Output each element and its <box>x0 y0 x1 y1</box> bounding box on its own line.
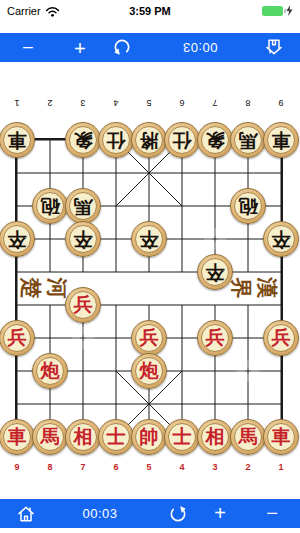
piece-red-車[interactable]: 車 <box>0 419 35 455</box>
file-label-bottom: 6 <box>109 462 123 472</box>
piece-character: 相 <box>66 420 100 454</box>
piece-character: 馬 <box>66 189 100 223</box>
piece-character: 車 <box>264 420 298 454</box>
piece-character: 卒 <box>264 222 298 256</box>
file-label-bottom: 1 <box>274 462 288 472</box>
piece-black-卒[interactable]: 卒 <box>65 221 101 257</box>
piece-red-兵[interactable]: 兵 <box>0 320 35 356</box>
piece-black-砲[interactable]: 砲 <box>32 188 68 224</box>
minus-button[interactable]: − <box>260 502 284 525</box>
piece-red-炮[interactable]: 炮 <box>131 353 167 389</box>
piece-black-仕[interactable]: 仕 <box>98 122 134 158</box>
xiangqi-board[interactable]: 123456789987654321楚河界漢 車象仕將仕象馬車砲馬砲卒卒卒卒卒兵… <box>0 90 300 490</box>
piece-red-馬[interactable]: 馬 <box>230 419 266 455</box>
home-icon <box>264 38 284 58</box>
river-text-right: 漢 <box>254 275 280 301</box>
river-text-left: 楚 <box>18 275 44 301</box>
opponent-clock: 00:03 <box>178 40 222 55</box>
piece-character: 仕 <box>165 123 199 157</box>
piece-character: 馬 <box>231 420 265 454</box>
piece-black-卒[interactable]: 卒 <box>197 254 233 290</box>
plus-button[interactable]: + <box>68 36 92 59</box>
status-bar: Carrier 3:59 PM <box>0 0 300 24</box>
piece-red-炮[interactable]: 炮 <box>32 353 68 389</box>
piece-character: 兵 <box>132 321 166 355</box>
piece-character: 砲 <box>231 189 265 223</box>
piece-character: 炮 <box>132 354 166 388</box>
file-label-top: 1 <box>10 98 24 108</box>
file-label-top: 2 <box>43 98 57 108</box>
restart-button[interactable] <box>166 502 190 526</box>
file-label-top: 6 <box>175 98 189 108</box>
app-screen: Carrier 3:59 PM 00:03 <box>0 0 300 533</box>
home-icon <box>16 504 36 524</box>
piece-red-士[interactable]: 士 <box>98 419 134 455</box>
file-label-top: 3 <box>76 98 90 108</box>
piece-character: 將 <box>132 123 166 157</box>
piece-red-馬[interactable]: 馬 <box>32 419 68 455</box>
piece-character: 仕 <box>99 123 133 157</box>
file-label-bottom: 7 <box>76 462 90 472</box>
piece-black-卒[interactable]: 卒 <box>131 221 167 257</box>
piece-black-卒[interactable]: 卒 <box>263 221 299 257</box>
piece-black-象[interactable]: 象 <box>197 122 233 158</box>
piece-black-砲[interactable]: 砲 <box>230 188 266 224</box>
file-label-bottom: 9 <box>10 462 24 472</box>
refresh-icon <box>112 38 132 58</box>
piece-character: 士 <box>99 420 133 454</box>
piece-character: 帥 <box>132 420 166 454</box>
piece-character: 卒 <box>0 222 34 256</box>
piece-black-車[interactable]: 車 <box>263 122 299 158</box>
piece-red-相[interactable]: 相 <box>65 419 101 455</box>
piece-character: 相 <box>198 420 232 454</box>
battery-icon <box>262 6 283 16</box>
piece-character: 卒 <box>66 222 100 256</box>
piece-character: 馬 <box>231 123 265 157</box>
piece-black-象[interactable]: 象 <box>65 122 101 158</box>
refresh-icon <box>168 504 188 524</box>
piece-black-將[interactable]: 將 <box>131 122 167 158</box>
piece-character: 象 <box>198 123 232 157</box>
player-clock: 00:03 <box>78 506 122 521</box>
piece-red-相[interactable]: 相 <box>197 419 233 455</box>
piece-red-帥[interactable]: 帥 <box>131 419 167 455</box>
piece-black-馬[interactable]: 馬 <box>65 188 101 224</box>
file-label-bottom: 4 <box>175 462 189 472</box>
opponent-toolbar: 00:03 + − <box>0 33 300 62</box>
piece-character: 車 <box>0 123 34 157</box>
piece-character: 卒 <box>132 222 166 256</box>
file-label-top: 9 <box>274 98 288 108</box>
piece-character: 砲 <box>33 189 67 223</box>
piece-red-兵[interactable]: 兵 <box>131 320 167 356</box>
piece-black-卒[interactable]: 卒 <box>0 221 35 257</box>
piece-character: 馬 <box>33 420 67 454</box>
piece-black-仕[interactable]: 仕 <box>164 122 200 158</box>
piece-character: 兵 <box>264 321 298 355</box>
file-label-bottom: 8 <box>43 462 57 472</box>
piece-character: 炮 <box>33 354 67 388</box>
home-button[interactable] <box>262 36 286 60</box>
piece-character: 兵 <box>66 288 100 322</box>
restart-button[interactable] <box>110 36 134 60</box>
piece-character: 象 <box>66 123 100 157</box>
piece-black-車[interactable]: 車 <box>0 122 35 158</box>
piece-black-馬[interactable]: 馬 <box>230 122 266 158</box>
file-label-bottom: 5 <box>142 462 156 472</box>
piece-character: 車 <box>264 123 298 157</box>
file-label-top: 8 <box>241 98 255 108</box>
piece-character: 兵 <box>0 321 34 355</box>
piece-red-兵[interactable]: 兵 <box>197 320 233 356</box>
piece-character: 車 <box>0 420 34 454</box>
piece-character: 士 <box>165 420 199 454</box>
player-toolbar: 00:03 + − <box>0 499 300 528</box>
file-label-bottom: 3 <box>208 462 222 472</box>
minus-button[interactable]: − <box>16 36 40 59</box>
file-label-top: 4 <box>109 98 123 108</box>
plus-button[interactable]: + <box>208 502 232 525</box>
piece-red-車[interactable]: 車 <box>263 419 299 455</box>
status-time: 3:59 PM <box>0 5 300 17</box>
piece-red-士[interactable]: 士 <box>164 419 200 455</box>
piece-red-兵[interactable]: 兵 <box>65 287 101 323</box>
file-label-bottom: 2 <box>241 462 255 472</box>
file-label-top: 7 <box>208 98 222 108</box>
piece-character: 卒 <box>198 255 232 289</box>
charging-bolt-icon <box>286 5 293 16</box>
piece-red-兵[interactable]: 兵 <box>263 320 299 356</box>
home-button[interactable] <box>14 502 38 526</box>
piece-character: 兵 <box>198 321 232 355</box>
file-label-top: 5 <box>142 98 156 108</box>
